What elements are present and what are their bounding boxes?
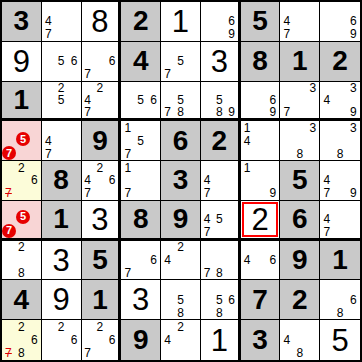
empty-slot: [42, 42, 55, 55]
empty-slot: [106, 320, 118, 333]
cell-r9c8[interactable]: 48: [280, 320, 320, 360]
cell-r1c7[interactable]: 5: [241, 2, 281, 42]
empty-slot: [320, 106, 333, 118]
pencil-marks: 24: [161, 320, 200, 360]
cell-r1c9[interactable]: 69: [320, 2, 360, 42]
empty-slot: [28, 161, 41, 174]
candidate-7: 7: [121, 267, 134, 280]
cell-r5c3[interactable]: 2467: [82, 161, 122, 201]
empty-slot: [2, 254, 15, 267]
pencil-marks: 457: [201, 201, 238, 238]
cell-r7c6[interactable]: 78: [201, 241, 241, 281]
candidate-9: 9: [347, 106, 360, 118]
cell-r9c2[interactable]: 26: [42, 320, 82, 360]
empty-slot: [213, 241, 225, 254]
candidate-2: 2: [174, 241, 187, 254]
empty-slot: [213, 254, 225, 267]
candidate-6: 6: [225, 293, 237, 306]
empty-slot: [306, 134, 319, 147]
cell-r3c4[interactable]: 56: [121, 82, 161, 122]
empty-slot: [82, 82, 94, 94]
cell-r3c7[interactable]: 69: [241, 82, 281, 122]
empty-slot: [213, 187, 225, 200]
empty-slot: [2, 201, 16, 210]
empty-slot: [306, 15, 319, 28]
empty-slot: [30, 132, 41, 146]
empty-slot: [187, 254, 200, 267]
candidate-4: 4: [42, 15, 55, 28]
cell-r3c2[interactable]: 25: [42, 82, 82, 122]
cell-r8c1[interactable]: 4: [2, 280, 42, 320]
empty-slot: [134, 174, 147, 187]
eliminated-candidate-7: 7: [2, 187, 15, 200]
pencil-marks: 57: [2, 201, 41, 238]
candidate-8: 8: [15, 267, 28, 280]
empty-slot: [134, 82, 147, 94]
given-digit: 5: [292, 166, 308, 194]
cell-r6c9[interactable]: 47: [320, 201, 360, 241]
cell-r8c5[interactable]: 58: [161, 280, 201, 320]
empty-slot: [94, 106, 106, 118]
empty-slot: [15, 333, 28, 346]
empty-slot: [320, 280, 333, 293]
empty-slot: [121, 241, 134, 254]
empty-slot: [147, 161, 160, 174]
pencil-marks: 57: [161, 42, 200, 81]
cell-r6c4[interactable]: 8: [121, 201, 161, 241]
candidate-4: 4: [280, 15, 293, 28]
cell-r6c7[interactable]: 2: [241, 201, 281, 241]
cell-r4c4[interactable]: 157: [121, 121, 161, 161]
cell-r2c6[interactable]: 3: [201, 42, 241, 82]
cell-r2c4[interactable]: 4: [121, 42, 161, 82]
empty-slot: [267, 82, 280, 94]
empty-slot: [55, 147, 68, 160]
cell-r7c3[interactable]: 5: [82, 241, 122, 281]
cell-r5c8[interactable]: 5: [280, 161, 320, 201]
empty-slot: [68, 2, 81, 15]
cell-r1c2[interactable]: 47: [42, 2, 82, 42]
empty-slot: [201, 241, 213, 254]
candidate-6: 6: [28, 333, 41, 346]
empty-slot: [293, 15, 306, 28]
cell-r8c6[interactable]: 568: [201, 280, 241, 320]
pencil-marks: 37: [280, 82, 319, 119]
candidate-7: 7: [82, 68, 94, 81]
cell-r3c6[interactable]: 589: [201, 82, 241, 122]
empty-slot: [280, 134, 293, 147]
empty-slot: [201, 82, 213, 94]
cell-r9c6[interactable]: 1: [201, 320, 241, 360]
cell-r6c6[interactable]: 457: [201, 201, 241, 241]
empty-slot: [333, 225, 346, 237]
pencil-marks: 47: [42, 121, 81, 160]
empty-slot: [28, 187, 41, 200]
pencil-marks: 47: [280, 2, 319, 41]
cell-r4c2[interactable]: 47: [42, 121, 82, 161]
empty-slot: [2, 241, 15, 254]
cell-r3c3[interactable]: 247: [82, 82, 122, 122]
empty-slot: [121, 82, 134, 94]
candidate-7: 7: [320, 225, 333, 237]
cell-r6c1[interactable]: 57: [2, 201, 42, 241]
candidate-8: 8: [213, 106, 225, 118]
solved-digit: 5: [331, 325, 348, 356]
cell-r2c9[interactable]: 2: [320, 42, 360, 82]
cell-r5c7[interactable]: 19: [241, 161, 281, 201]
empty-slot: [42, 347, 55, 360]
given-digit: 8: [133, 205, 149, 233]
cell-r5c2[interactable]: 8: [42, 161, 82, 201]
candidate-5: 5: [134, 134, 147, 147]
cell-r1c3[interactable]: 8: [82, 2, 122, 42]
cell-r3c9[interactable]: 349: [320, 82, 360, 122]
pencil-marks: 157: [121, 121, 160, 160]
given-digit: 2: [292, 286, 308, 314]
empty-slot: [280, 2, 293, 15]
cell-r1c1[interactable]: 3: [2, 2, 42, 42]
empty-slot: [121, 94, 134, 106]
candidate-9: 9: [347, 28, 360, 41]
empty-slot: [147, 82, 160, 94]
empty-slot: [94, 68, 106, 81]
empty-slot: [293, 82, 306, 94]
cell-r2c8[interactable]: 1: [280, 42, 320, 82]
candidate-4: 4: [320, 174, 333, 187]
cell-r4c9[interactable]: 38: [320, 121, 360, 161]
empty-slot: [241, 94, 254, 106]
cell-r7c5[interactable]: 24: [161, 241, 201, 281]
empty-slot: [187, 82, 200, 94]
empty-slot: [333, 28, 346, 41]
empty-slot: [106, 94, 118, 106]
cell-r7c7[interactable]: 46: [241, 241, 281, 281]
empty-slot: [267, 121, 280, 134]
cell-r1c4[interactable]: 2: [121, 2, 161, 42]
cell-r3c8[interactable]: 37: [280, 82, 320, 122]
empty-slot: [187, 333, 200, 346]
given-digit: 4: [14, 286, 30, 314]
candidate-4: 4: [320, 94, 333, 106]
pencil-marks: 247: [82, 82, 119, 119]
cell-r2c1[interactable]: 9: [2, 42, 42, 82]
empty-slot: [42, 320, 55, 333]
empty-slot: [187, 55, 200, 68]
empty-slot: [347, 174, 360, 187]
empty-slot: [201, 106, 213, 118]
cell-r6c5[interactable]: 9: [161, 201, 201, 241]
hint-circled-candidate-7: 7: [2, 224, 16, 238]
pencil-marks: 568: [201, 280, 238, 319]
empty-slot: [161, 42, 174, 55]
empty-slot: [225, 225, 237, 237]
empty-slot: [293, 2, 306, 15]
empty-slot: [28, 254, 41, 267]
pencil-marks: 56: [121, 82, 160, 119]
empty-slot: [134, 161, 147, 174]
empty-slot: [161, 241, 174, 254]
cell-r3c5[interactable]: 578: [161, 82, 201, 122]
given-digit: 9: [92, 127, 108, 155]
candidate-6: 6: [147, 94, 160, 106]
empty-slot: [15, 187, 28, 200]
empty-slot: [187, 94, 200, 106]
empty-slot: [42, 82, 55, 94]
empty-slot: [2, 121, 16, 132]
empty-slot: [174, 347, 187, 360]
empty-slot: [320, 15, 333, 28]
empty-slot: [2, 320, 15, 333]
candidate-3: 3: [347, 82, 360, 94]
candidate-7: 7: [121, 187, 134, 200]
cell-r9c5[interactable]: 24: [161, 320, 201, 360]
empty-slot: [187, 293, 200, 306]
cell-r1c8[interactable]: 47: [280, 2, 320, 42]
cell-r7c2[interactable]: 3: [42, 241, 82, 281]
cell-r5c5[interactable]: 3: [161, 161, 201, 201]
pencil-marks: 47: [320, 201, 360, 238]
given-digit: 6: [173, 127, 189, 155]
candidate-2: 2: [94, 320, 106, 333]
empty-slot: [94, 42, 106, 55]
empty-slot: [293, 121, 306, 134]
empty-slot: [30, 201, 41, 210]
empty-slot: [225, 267, 237, 280]
candidate-4: 4: [161, 254, 174, 267]
empty-slot: [213, 28, 225, 41]
cell-r4c8[interactable]: 38: [280, 121, 320, 161]
candidate-1: 1: [241, 161, 254, 174]
cell-r5c9[interactable]: 479: [320, 161, 360, 201]
empty-slot: [201, 254, 213, 267]
given-digit: 7: [252, 286, 268, 314]
pencil-marks: 67: [82, 42, 119, 81]
empty-slot: [306, 320, 319, 333]
cell-r9c9[interactable]: 5: [320, 320, 360, 360]
empty-slot: [106, 161, 118, 174]
empty-slot: [225, 82, 237, 94]
cell-r6c8[interactable]: 6: [280, 201, 320, 241]
pencil-marks: 47: [201, 161, 238, 200]
empty-slot: [161, 320, 174, 333]
empty-slot: [82, 161, 94, 174]
candidate-5: 5: [174, 55, 187, 68]
empty-slot: [254, 147, 267, 160]
cell-r1c6[interactable]: 69: [201, 2, 241, 42]
candidate-9: 9: [267, 106, 280, 118]
empty-slot: [147, 174, 160, 187]
solved-digit: 2: [251, 204, 268, 235]
empty-slot: [254, 267, 267, 280]
cell-r9c4[interactable]: 9: [121, 320, 161, 360]
candidate-7: 7: [280, 28, 293, 41]
candidate-4: 4: [320, 213, 333, 225]
empty-slot: [106, 68, 118, 81]
empty-slot: [320, 121, 333, 134]
candidate-6: 6: [68, 333, 81, 346]
cell-r6c3[interactable]: 3: [82, 201, 122, 241]
candidate-6: 6: [106, 55, 118, 68]
empty-slot: [254, 174, 267, 187]
empty-slot: [106, 106, 118, 118]
candidate-6: 6: [347, 15, 360, 28]
given-digit: 2: [133, 7, 149, 35]
empty-slot: [42, 106, 55, 118]
empty-slot: [201, 280, 213, 293]
cell-r3c1[interactable]: 1: [2, 82, 42, 122]
cell-r5c4[interactable]: 17: [121, 161, 161, 201]
cell-r9c3[interactable]: 267: [82, 320, 122, 360]
empty-slot: [121, 254, 134, 267]
cell-r8c4[interactable]: 3: [121, 280, 161, 320]
candidate-8: 8: [174, 106, 187, 118]
empty-slot: [147, 267, 160, 280]
empty-slot: [213, 2, 225, 15]
cell-r5c6[interactable]: 47: [201, 161, 241, 201]
cell-r2c3[interactable]: 67: [82, 42, 122, 82]
empty-slot: [28, 241, 41, 254]
pencil-marks: 58: [161, 280, 200, 319]
cell-r1c5[interactable]: 1: [161, 2, 201, 42]
cell-r9c7[interactable]: 3: [241, 320, 281, 360]
empty-slot: [161, 347, 174, 360]
empty-slot: [147, 106, 160, 118]
pencil-marks: 47: [42, 2, 81, 41]
candidate-6: 6: [267, 254, 280, 267]
pencil-marks: 2467: [82, 161, 119, 200]
empty-slot: [68, 134, 81, 147]
cell-r4c5[interactable]: 6: [161, 121, 201, 161]
empty-slot: [333, 174, 346, 187]
candidate-4: 4: [201, 213, 213, 225]
cell-r9c1[interactable]: 2678: [2, 320, 42, 360]
eliminated-candidate-7: 7: [2, 347, 15, 360]
empty-slot: [42, 333, 55, 346]
empty-slot: [241, 174, 254, 187]
candidate-1: 1: [241, 121, 254, 134]
cell-r7c8[interactable]: 9: [280, 241, 320, 281]
pencil-marks: 69: [201, 2, 238, 41]
cell-r6c2[interactable]: 1: [42, 201, 82, 241]
empty-slot: [306, 2, 319, 15]
cell-r4c7[interactable]: 14: [241, 121, 281, 161]
empty-slot: [94, 94, 106, 106]
empty-slot: [201, 94, 213, 106]
empty-slot: [94, 174, 106, 187]
empty-slot: [187, 306, 200, 319]
empty-slot: [55, 28, 68, 41]
candidate-1: 1: [121, 161, 134, 174]
candidate-8: 8: [333, 306, 346, 319]
empty-slot: [201, 161, 213, 174]
cell-r7c9[interactable]: 1: [320, 241, 360, 281]
empty-slot: [267, 241, 280, 254]
candidate-5: 5: [213, 213, 225, 225]
candidate-4: 4: [161, 333, 174, 346]
empty-slot: [147, 241, 160, 254]
empty-slot: [347, 2, 360, 15]
candidate-5: 5: [213, 293, 225, 306]
cell-r7c4[interactable]: 67: [121, 241, 161, 281]
empty-slot: [320, 306, 333, 319]
candidate-8: 8: [213, 306, 225, 319]
solved-digit: 9: [13, 46, 30, 77]
empty-slot: [254, 82, 267, 94]
cell-r8c7[interactable]: 7: [241, 280, 281, 320]
empty-slot: [55, 347, 68, 360]
empty-slot: [347, 213, 360, 225]
candidate-2: 2: [94, 161, 106, 174]
empty-slot: [267, 161, 280, 174]
cell-r8c3[interactable]: 1: [82, 280, 122, 320]
pencil-marks: 38: [320, 121, 360, 160]
candidate-1: 1: [121, 121, 134, 134]
empty-slot: [161, 55, 174, 68]
empty-slot: [68, 147, 81, 160]
empty-slot: [68, 106, 81, 118]
cell-r4c1[interactable]: 57: [2, 121, 42, 161]
cell-r2c5[interactable]: 57: [161, 42, 201, 82]
empty-slot: [134, 267, 147, 280]
cell-r8c2[interactable]: 9: [42, 280, 82, 320]
candidate-7: 7: [280, 106, 293, 118]
empty-slot: [187, 106, 200, 118]
cell-r8c8[interactable]: 2: [280, 280, 320, 320]
empty-slot: [347, 280, 360, 293]
empty-slot: [225, 161, 237, 174]
empty-slot: [187, 267, 200, 280]
cell-r5c1[interactable]: 267: [2, 161, 42, 201]
candidate-4: 4: [82, 174, 94, 187]
empty-slot: [333, 187, 346, 200]
cell-r2c7[interactable]: 8: [241, 42, 281, 82]
empty-slot: [213, 82, 225, 94]
pencil-marks: 24: [161, 241, 200, 280]
empty-slot: [187, 241, 200, 254]
candidate-7: 7: [121, 147, 134, 160]
candidate-2: 2: [55, 320, 68, 333]
solved-digit: 3: [53, 245, 70, 276]
empty-slot: [280, 82, 293, 94]
empty-slot: [121, 106, 134, 118]
empty-slot: [94, 187, 106, 200]
candidate-5: 5: [174, 293, 187, 306]
pencil-marks: 69: [241, 82, 280, 119]
candidate-5: 5: [134, 94, 147, 106]
empty-slot: [347, 306, 360, 319]
empty-slot: [134, 187, 147, 200]
cell-r8c9[interactable]: 68: [320, 280, 360, 320]
pencil-marks: 26: [42, 320, 81, 360]
empty-slot: [225, 254, 237, 267]
empty-slot: [241, 187, 254, 200]
candidate-6: 6: [347, 293, 360, 306]
empty-slot: [320, 293, 333, 306]
candidate-2: 2: [94, 82, 106, 94]
cell-r4c3[interactable]: 9: [82, 121, 122, 161]
cell-r7c1[interactable]: 28: [2, 241, 42, 281]
empty-slot: [28, 347, 41, 360]
empty-slot: [174, 68, 187, 81]
empty-slot: [55, 68, 68, 81]
pencil-marks: 589: [201, 82, 238, 119]
cell-r2c2[interactable]: 56: [42, 42, 82, 82]
empty-slot: [225, 201, 237, 213]
cell-r4c6[interactable]: 2: [201, 121, 241, 161]
candidate-9: 9: [267, 187, 280, 200]
empty-slot: [267, 134, 280, 147]
candidate-6: 6: [147, 254, 160, 267]
